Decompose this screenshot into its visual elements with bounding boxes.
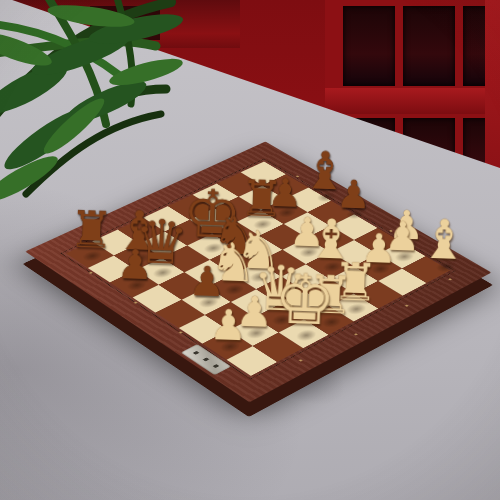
board-scene: ♜♝♟♛♚♜♟♞♟♞♞♟♝♛♟♟♟♟♚♜♜ ♝♟♟♝: [0, 0, 500, 500]
white-pawn-glyph: ♟: [175, 303, 281, 346]
photo-stage: ♜♝♟♛♚♜♟♞♟♞♞♟♝♛♟♟♟♟♚♜♜ ♝♟♟♝: [0, 0, 500, 500]
brass-dot: [298, 359, 302, 362]
brass-dot: [448, 278, 452, 280]
chess-board: ♜♝♟♛♚♜♟♞♟♞♞♟♝♛♟♟♟♟♚♜♜ ♝♟♟♝: [25, 141, 491, 402]
